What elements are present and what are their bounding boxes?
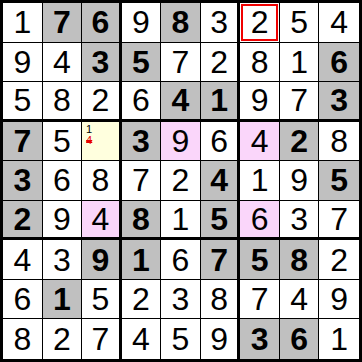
cell-r6c5[interactable]: 1 [161,201,201,241]
cell-r3c4[interactable]: 6 [122,82,162,122]
cell-digit: 9 [13,46,31,78]
pencil-mark-candidate: 1 [86,124,92,135]
cell-r2c6[interactable]: 2 [201,43,241,83]
cell-r1c8[interactable]: 5 [280,3,320,43]
cell-digit: 4 [13,244,31,276]
cell-digit: 2 [91,84,109,116]
cell-r7c5[interactable]: 6 [161,240,201,280]
cell-digit: 6 [210,125,228,157]
cell-digit: 7 [290,84,308,116]
cell-r3c2[interactable]: 8 [43,82,83,122]
cell-r9c9[interactable]: 1 [319,319,359,359]
cell-r1c7[interactable]: 2 [240,3,280,43]
cell-r2c4[interactable]: 5 [122,43,162,83]
cell-digit: 7 [330,203,348,235]
cell-r2c5[interactable]: 7 [161,43,201,83]
cell-digit: 2 [53,323,71,355]
cell-r6c2[interactable]: 9 [43,201,83,241]
cell-digit: 5 [290,6,308,38]
cell-r6c8[interactable]: 3 [280,201,320,241]
cell-r5c8[interactable]: 9 [280,161,320,201]
cell-digit: 8 [53,84,71,116]
cell-r5c6[interactable]: 4 [201,161,241,201]
cell-r4c9[interactable]: 8 [319,122,359,162]
cell-r8c1[interactable]: 6 [3,280,43,320]
cell-r8c6[interactable]: 8 [201,280,241,320]
cell-r1c9[interactable]: 4 [319,3,359,43]
cell-r6c9[interactable]: 7 [319,201,359,241]
cell-digit: 7 [172,46,190,78]
cell-digit: 1 [330,323,348,355]
cell-digit: 1 [172,203,190,235]
cell-digit: 6 [172,244,190,276]
cell-digit: 8 [330,125,348,157]
cell-r9c3[interactable]: 7 [82,319,122,359]
cell-r6c1[interactable]: 2 [3,201,43,241]
cell-digit: 3 [53,244,71,276]
cell-digit: 8 [132,203,150,235]
pencil-marks: 14 [86,124,92,146]
cell-digit: 4 [210,164,228,196]
cell-r3c8[interactable]: 7 [280,82,320,122]
cell-r8c8[interactable]: 4 [280,280,320,320]
cell-digit: 4 [53,46,71,78]
cell-r8c5[interactable]: 3 [161,280,201,320]
cell-r9c5[interactable]: 5 [161,319,201,359]
cell-digit: 2 [251,6,269,38]
cell-digit: 7 [210,244,228,276]
cell-digit: 1 [132,244,150,276]
cell-r8c9[interactable]: 9 [319,280,359,320]
cell-digit: 9 [330,283,348,315]
cell-digit: 1 [290,46,308,78]
cell-digit: 9 [251,84,269,116]
cell-digit: 7 [251,283,269,315]
cell-digit: 1 [53,283,71,315]
cell-digit: 4 [330,6,348,38]
cell-r9c7[interactable]: 3 [240,319,280,359]
cell-r2c2[interactable]: 4 [43,43,83,83]
cell-r1c3[interactable]: 6 [82,3,122,43]
cell-r8c2[interactable]: 1 [43,280,83,320]
cell-digit: 4 [132,323,150,355]
cell-digit: 7 [91,323,109,355]
cell-r2c1[interactable]: 9 [3,43,43,83]
cell-r7c4[interactable]: 1 [122,240,162,280]
cell-r6c6[interactable]: 5 [201,201,241,241]
cell-digit: 8 [13,323,31,355]
cell-digit: 9 [53,203,71,235]
cell-r9c2[interactable]: 2 [43,319,83,359]
cell-digit: 5 [13,84,31,116]
cell-r1c6[interactable]: 3 [201,3,241,43]
cell-digit: 9 [91,244,109,276]
cell-r6c3[interactable]: 4 [82,201,122,241]
cell-r7c8[interactable]: 8 [280,240,320,280]
cell-r7c1[interactable]: 4 [3,240,43,280]
cell-r5c4[interactable]: 7 [122,161,162,201]
cell-digit: 5 [330,164,348,196]
cell-r5c3[interactable]: 8 [82,161,122,201]
cell-digit: 3 [290,203,308,235]
cell-digit: 5 [53,125,71,157]
cell-digit: 2 [330,244,348,276]
cell-digit: 7 [53,6,71,38]
cell-r4c1[interactable]: 7 [3,122,43,162]
cell-r1c2[interactable]: 7 [43,3,83,43]
cell-digit: 6 [330,46,348,78]
cell-r8c7[interactable]: 7 [240,280,280,320]
cell-r4c8[interactable]: 2 [280,122,320,162]
cell-r4c4[interactable]: 3 [122,122,162,162]
cell-r2c9[interactable]: 6 [319,43,359,83]
cell-r7c7[interactable]: 5 [240,240,280,280]
cell-digit: 8 [91,164,109,196]
cell-r8c4[interactable]: 2 [122,280,162,320]
cell-digit: 5 [132,46,150,78]
pencil-mark-eliminated: 4 [86,135,92,146]
cell-r1c1[interactable]: 1 [3,3,43,43]
cell-r7c9[interactable]: 2 [319,240,359,280]
cell-r6c7[interactable]: 6 [240,201,280,241]
cell-r9c6[interactable]: 9 [201,319,241,359]
cell-digit: 9 [132,6,150,38]
cell-digit: 2 [13,203,31,235]
cell-r5c5[interactable]: 2 [161,161,201,201]
cell-digit: 6 [13,283,31,315]
cell-r4c7[interactable]: 4 [240,122,280,162]
cell-r7c2[interactable]: 3 [43,240,83,280]
cell-digit: 6 [53,164,71,196]
cell-digit: 4 [290,283,308,315]
cell-digit: 7 [132,164,150,196]
cell-digit: 9 [290,164,308,196]
cell-r9c8[interactable]: 6 [280,319,320,359]
cell-digit: 5 [91,283,109,315]
cell-r8c3[interactable]: 5 [82,280,122,320]
cell-r3c9[interactable]: 3 [319,82,359,122]
cell-r9c1[interactable]: 8 [3,319,43,359]
cell-r3c1[interactable]: 5 [3,82,43,122]
cell-digit: 5 [210,203,228,235]
cell-digit: 6 [290,323,308,355]
cell-r9c4[interactable]: 4 [122,319,162,359]
cell-digit: 4 [91,203,109,235]
cell-r3c6[interactable]: 1 [201,82,241,122]
cell-digit: 1 [13,6,31,38]
cell-digit: 8 [290,244,308,276]
cell-r5c9[interactable]: 5 [319,161,359,201]
cell-digit: 7 [13,125,31,157]
cell-digit: 8 [172,6,190,38]
cell-r4c6[interactable]: 6 [201,122,241,162]
cell-digit: 6 [251,203,269,235]
cell-r4c5[interactable]: 9 [161,122,201,162]
cell-digit: 3 [251,323,269,355]
cell-digit: 8 [251,46,269,78]
cell-r3c3[interactable]: 2 [82,82,122,122]
cell-r1c5[interactable]: 8 [161,3,201,43]
cell-digit: 3 [132,125,150,157]
cell-digit: 1 [210,84,228,116]
cell-r5c2[interactable]: 6 [43,161,83,201]
cell-r1c4[interactable]: 9 [122,3,162,43]
cell-digit: 5 [172,323,190,355]
cell-digit: 4 [172,84,190,116]
cell-r2c3[interactable]: 3 [82,43,122,83]
cell-r3c7[interactable]: 9 [240,82,280,122]
cell-r5c7[interactable]: 1 [240,161,280,201]
cell-digit: 3 [13,164,31,196]
cell-digit: 2 [290,125,308,157]
cell-r4c2[interactable]: 5 [43,122,83,162]
cell-digit: 8 [210,283,228,315]
cell-digit: 3 [91,46,109,78]
cell-digit: 2 [172,164,190,196]
cell-r5c1[interactable]: 3 [3,161,43,201]
sudoku-board: 1769832549435728165826419737514396428368… [0,0,362,362]
cell-r7c6[interactable]: 7 [201,240,241,280]
cell-r6c4[interactable]: 8 [122,201,162,241]
cell-digit: 6 [132,84,150,116]
cell-digit: 5 [251,244,269,276]
cell-digit: 9 [210,323,228,355]
cell-digit: 9 [172,125,190,157]
cell-digit: 3 [330,84,348,116]
cell-digit: 4 [251,125,269,157]
cell-r7c3[interactable]: 9 [82,240,122,280]
cell-digit: 3 [172,283,190,315]
cell-r3c5[interactable]: 4 [161,82,201,122]
cell-digit: 2 [210,46,228,78]
cell-r2c8[interactable]: 1 [280,43,320,83]
cell-r4c3[interactable]: 14 [82,122,122,162]
cell-digit: 2 [132,283,150,315]
cell-digit: 3 [210,6,228,38]
cell-digit: 6 [91,6,109,38]
cell-r2c7[interactable]: 8 [240,43,280,83]
cell-digit: 1 [251,164,269,196]
